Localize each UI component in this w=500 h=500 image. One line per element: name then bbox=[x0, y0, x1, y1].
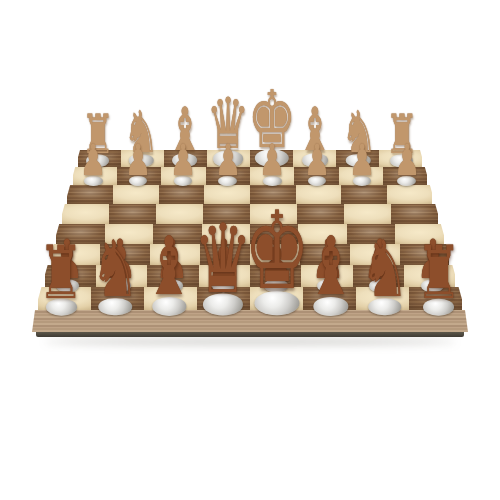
square-g6[interactable] bbox=[341, 185, 387, 204]
square-a6[interactable] bbox=[67, 185, 113, 204]
pawn-glyph: ♟ bbox=[125, 138, 152, 182]
photo-background: ♜♞♝♛♚♝♞♜♟♟♟♟♟♟♟♟♟♟♟♟♟♟♟♟♜♞♝♛♚♝♞♜ bbox=[0, 0, 500, 500]
bishop-glyph: ♝ bbox=[306, 227, 356, 308]
piece-maple-pawn[interactable]: ♟ bbox=[346, 146, 378, 186]
pawn-glyph: ♟ bbox=[259, 138, 286, 182]
rook-glyph: ♜ bbox=[416, 235, 461, 308]
piece-walnut-knight[interactable]: ♞ bbox=[87, 244, 145, 316]
piece-maple-pawn[interactable]: ♟ bbox=[391, 146, 423, 186]
square-b6[interactable] bbox=[113, 185, 159, 204]
pawn-glyph: ♟ bbox=[80, 138, 107, 182]
board-base-strip bbox=[36, 332, 464, 337]
piece-walnut-rook[interactable]: ♜ bbox=[35, 248, 89, 315]
square-h5[interactable] bbox=[391, 204, 438, 224]
pawn-glyph: ♟ bbox=[169, 138, 196, 182]
square-h6[interactable] bbox=[387, 185, 433, 204]
board-shadow bbox=[44, 338, 456, 345]
square-c6[interactable] bbox=[159, 185, 205, 204]
piece-maple-pawn[interactable]: ♟ bbox=[301, 146, 333, 186]
piece-maple-pawn[interactable]: ♟ bbox=[167, 146, 199, 186]
pawn-glyph: ♟ bbox=[214, 138, 241, 182]
pawn-glyph: ♟ bbox=[304, 138, 331, 182]
piece-maple-pawn[interactable]: ♟ bbox=[256, 146, 288, 186]
pawn-glyph: ♟ bbox=[348, 138, 375, 182]
rook-glyph: ♜ bbox=[39, 235, 84, 308]
pawn-glyph: ♟ bbox=[393, 138, 420, 182]
knight-glyph: ♞ bbox=[360, 230, 408, 308]
square-a5[interactable] bbox=[62, 204, 109, 224]
piece-walnut-rook[interactable]: ♜ bbox=[412, 248, 466, 315]
piece-walnut-bishop[interactable]: ♝ bbox=[301, 241, 360, 315]
knight-glyph: ♞ bbox=[91, 230, 139, 308]
bishop-glyph: ♝ bbox=[144, 227, 194, 308]
piece-maple-pawn[interactable]: ♟ bbox=[77, 146, 109, 186]
piece-maple-pawn[interactable]: ♟ bbox=[212, 146, 244, 186]
piece-maple-pawn[interactable]: ♟ bbox=[122, 146, 154, 186]
piece-walnut-knight[interactable]: ♞ bbox=[356, 244, 414, 316]
